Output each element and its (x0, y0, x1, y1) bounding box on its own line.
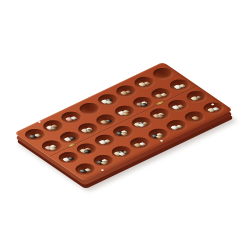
stray-bead-speck (37, 121, 41, 123)
seed-stone (191, 115, 201, 121)
stray-bead-speck (100, 169, 104, 171)
stray-bead-speck (159, 140, 163, 142)
product-photo-stage (0, 0, 250, 250)
